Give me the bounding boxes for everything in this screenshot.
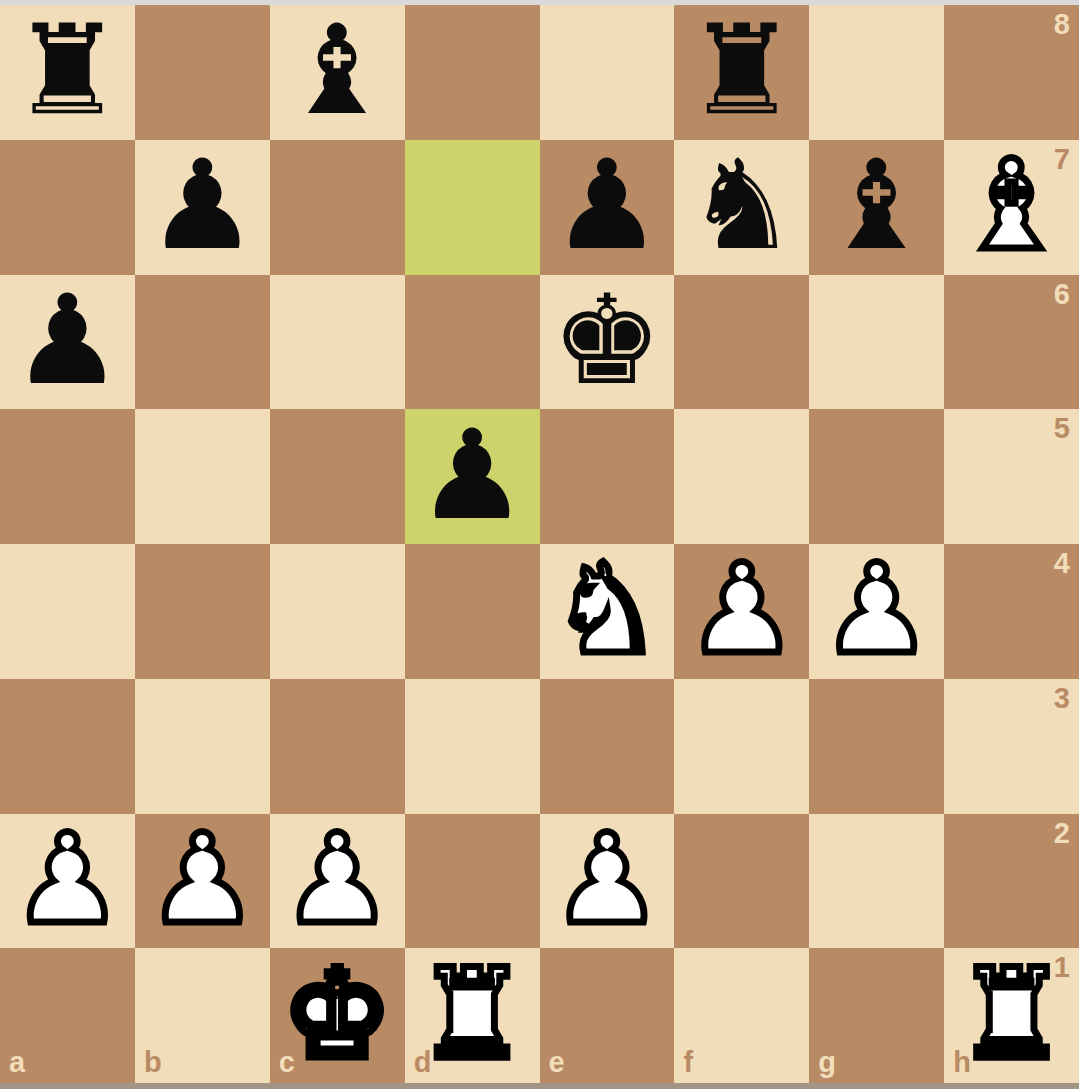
square-g8[interactable] bbox=[809, 5, 944, 140]
square-a4[interactable] bbox=[0, 544, 135, 679]
square-h8[interactable]: 8 bbox=[944, 5, 1079, 140]
piece-white-pawn[interactable]: ♟ bbox=[282, 817, 393, 941]
coord-file-c: c bbox=[279, 1048, 295, 1077]
square-d2[interactable] bbox=[405, 814, 540, 949]
square-d5[interactable]: ♟ bbox=[405, 409, 540, 544]
square-c2[interactable]: ♟ bbox=[270, 814, 405, 949]
piece-black-king[interactable]: ♚ bbox=[551, 278, 662, 402]
board: ♜♝♜8♟♟♞♝♝7♟♚6♟5♞♟♟43♟♟♟♟2ab♚c♜defg♜h1 bbox=[0, 5, 1079, 1083]
piece-white-rook[interactable]: ♜ bbox=[416, 952, 527, 1076]
coord-rank-2: 2 bbox=[1054, 819, 1070, 848]
coord-file-d: d bbox=[414, 1048, 432, 1077]
piece-black-pawn[interactable]: ♟ bbox=[147, 143, 258, 267]
square-a2[interactable]: ♟ bbox=[0, 814, 135, 949]
piece-white-bishop[interactable]: ♝ bbox=[956, 143, 1067, 267]
square-e7[interactable]: ♟ bbox=[540, 140, 675, 275]
square-a8[interactable]: ♜ bbox=[0, 5, 135, 140]
square-a6[interactable]: ♟ bbox=[0, 275, 135, 410]
piece-black-pawn[interactable]: ♟ bbox=[12, 278, 123, 402]
piece-black-bishop[interactable]: ♝ bbox=[282, 8, 393, 132]
square-g2[interactable] bbox=[809, 814, 944, 949]
square-c6[interactable] bbox=[270, 275, 405, 410]
square-h6[interactable]: 6 bbox=[944, 275, 1079, 410]
square-f6[interactable] bbox=[674, 275, 809, 410]
square-h1[interactable]: ♜h1 bbox=[944, 948, 1079, 1083]
square-a3[interactable] bbox=[0, 679, 135, 814]
coord-file-e: e bbox=[549, 1048, 565, 1077]
square-c4[interactable] bbox=[270, 544, 405, 679]
piece-white-pawn[interactable]: ♟ bbox=[821, 547, 932, 671]
square-d8[interactable] bbox=[405, 5, 540, 140]
piece-black-rook[interactable]: ♜ bbox=[686, 8, 797, 132]
square-d3[interactable] bbox=[405, 679, 540, 814]
square-e3[interactable] bbox=[540, 679, 675, 814]
square-b6[interactable] bbox=[135, 275, 270, 410]
square-f7[interactable]: ♞ bbox=[674, 140, 809, 275]
piece-white-pawn[interactable]: ♟ bbox=[147, 817, 258, 941]
square-d6[interactable] bbox=[405, 275, 540, 410]
square-b5[interactable] bbox=[135, 409, 270, 544]
square-h7[interactable]: ♝7 bbox=[944, 140, 1079, 275]
square-f2[interactable] bbox=[674, 814, 809, 949]
square-e5[interactable] bbox=[540, 409, 675, 544]
square-d7[interactable] bbox=[405, 140, 540, 275]
square-e8[interactable] bbox=[540, 5, 675, 140]
piece-black-pawn[interactable]: ♟ bbox=[551, 143, 662, 267]
square-f3[interactable] bbox=[674, 679, 809, 814]
coord-rank-7: 7 bbox=[1054, 145, 1070, 174]
square-g6[interactable] bbox=[809, 275, 944, 410]
square-e1[interactable]: e bbox=[540, 948, 675, 1083]
piece-white-pawn[interactable]: ♟ bbox=[686, 547, 797, 671]
chess-board-frame: ♜♝♜8♟♟♞♝♝7♟♚6♟5♞♟♟43♟♟♟♟2ab♚c♜defg♜h1 bbox=[0, 0, 1079, 1089]
square-h5[interactable]: 5 bbox=[944, 409, 1079, 544]
piece-white-pawn[interactable]: ♟ bbox=[551, 817, 662, 941]
coord-rank-5: 5 bbox=[1054, 414, 1070, 443]
coord-rank-1: 1 bbox=[1054, 953, 1070, 982]
square-a7[interactable] bbox=[0, 140, 135, 275]
coord-rank-6: 6 bbox=[1054, 280, 1070, 309]
square-f5[interactable] bbox=[674, 409, 809, 544]
square-g7[interactable]: ♝ bbox=[809, 140, 944, 275]
square-b3[interactable] bbox=[135, 679, 270, 814]
square-h4[interactable]: 4 bbox=[944, 544, 1079, 679]
piece-white-knight[interactable]: ♞ bbox=[551, 547, 662, 671]
coord-file-h: h bbox=[953, 1048, 971, 1077]
square-g4[interactable]: ♟ bbox=[809, 544, 944, 679]
coord-rank-4: 4 bbox=[1054, 549, 1070, 578]
square-e2[interactable]: ♟ bbox=[540, 814, 675, 949]
square-e4[interactable]: ♞ bbox=[540, 544, 675, 679]
square-c1[interactable]: ♚c bbox=[270, 948, 405, 1083]
square-g1[interactable]: g bbox=[809, 948, 944, 1083]
coord-file-g: g bbox=[818, 1048, 836, 1077]
square-g3[interactable] bbox=[809, 679, 944, 814]
piece-black-bishop[interactable]: ♝ bbox=[821, 143, 932, 267]
square-a1[interactable]: a bbox=[0, 948, 135, 1083]
square-c7[interactable] bbox=[270, 140, 405, 275]
coord-file-a: a bbox=[9, 1048, 25, 1077]
square-c5[interactable] bbox=[270, 409, 405, 544]
square-b7[interactable]: ♟ bbox=[135, 140, 270, 275]
square-b1[interactable]: b bbox=[135, 948, 270, 1083]
coord-rank-3: 3 bbox=[1054, 684, 1070, 713]
square-f8[interactable]: ♜ bbox=[674, 5, 809, 140]
piece-black-rook[interactable]: ♜ bbox=[12, 8, 123, 132]
coord-rank-8: 8 bbox=[1054, 10, 1070, 39]
piece-black-knight[interactable]: ♞ bbox=[686, 143, 797, 267]
square-d4[interactable] bbox=[405, 544, 540, 679]
square-f1[interactable]: f bbox=[674, 948, 809, 1083]
square-h2[interactable]: 2 bbox=[944, 814, 1079, 949]
square-e6[interactable]: ♚ bbox=[540, 275, 675, 410]
square-b2[interactable]: ♟ bbox=[135, 814, 270, 949]
square-b8[interactable] bbox=[135, 5, 270, 140]
square-f4[interactable]: ♟ bbox=[674, 544, 809, 679]
coord-file-f: f bbox=[683, 1048, 693, 1077]
square-b4[interactable] bbox=[135, 544, 270, 679]
square-g5[interactable] bbox=[809, 409, 944, 544]
board-bottom-edge bbox=[0, 1083, 1079, 1089]
square-a5[interactable] bbox=[0, 409, 135, 544]
coord-file-b: b bbox=[144, 1048, 162, 1077]
square-h3[interactable]: 3 bbox=[944, 679, 1079, 814]
piece-black-pawn[interactable]: ♟ bbox=[416, 413, 527, 537]
square-c3[interactable] bbox=[270, 679, 405, 814]
square-d1[interactable]: ♜d bbox=[405, 948, 540, 1083]
square-c8[interactable]: ♝ bbox=[270, 5, 405, 140]
piece-white-king[interactable]: ♚ bbox=[282, 952, 393, 1076]
piece-white-pawn[interactable]: ♟ bbox=[12, 817, 123, 941]
piece-white-rook[interactable]: ♜ bbox=[956, 952, 1067, 1076]
